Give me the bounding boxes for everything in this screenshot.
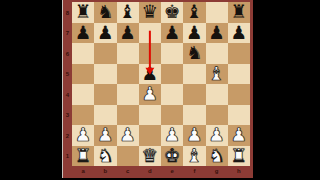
file-label-a: a <box>72 168 94 174</box>
square-g3[interactable] <box>206 105 228 126</box>
square-g5[interactable]: ♝ <box>206 64 228 85</box>
square-e6[interactable] <box>161 43 183 64</box>
piece-black-knight[interactable]: ♞ <box>97 3 114 22</box>
square-c4[interactable] <box>117 84 139 105</box>
square-e5[interactable] <box>161 64 183 85</box>
square-b3[interactable] <box>94 105 116 126</box>
square-b2[interactable]: ♟ <box>94 125 116 146</box>
piece-black-rook[interactable]: ♜ <box>75 3 92 22</box>
square-a3[interactable] <box>72 105 94 126</box>
square-d4[interactable]: ♟ <box>139 84 161 105</box>
piece-white-pawn[interactable]: ♟ <box>208 126 225 145</box>
square-e3[interactable] <box>161 105 183 126</box>
rank-label-3: 3 <box>63 112 72 118</box>
rank-label-2: 2 <box>63 133 72 139</box>
rank-label-8: 8 <box>63 10 72 16</box>
square-e2[interactable]: ♟ <box>161 125 183 146</box>
square-g4[interactable] <box>206 84 228 105</box>
square-f8[interactable]: ♝ <box>183 2 205 23</box>
piece-black-pawn[interactable]: ♟ <box>208 24 225 43</box>
square-f5[interactable] <box>183 64 205 85</box>
square-d8[interactable]: ♛ <box>139 2 161 23</box>
square-b7[interactable]: ♟ <box>94 23 116 44</box>
rank-label-4: 4 <box>63 92 72 98</box>
square-e1[interactable]: ♚ <box>161 146 183 167</box>
piece-black-pawn[interactable]: ♟ <box>97 24 114 43</box>
square-c1[interactable] <box>117 146 139 167</box>
piece-white-knight[interactable]: ♞ <box>97 147 114 166</box>
square-b8[interactable]: ♞ <box>94 2 116 23</box>
file-label-e: e <box>161 168 183 174</box>
file-label-d: d <box>139 168 161 174</box>
piece-white-knight[interactable]: ♞ <box>208 147 225 166</box>
square-a1[interactable]: ♜ <box>72 146 94 167</box>
piece-white-pawn[interactable]: ♟ <box>164 126 181 145</box>
piece-black-pawn[interactable]: ♟ <box>186 24 203 43</box>
file-labels: abcdefgh <box>72 166 250 178</box>
square-c8[interactable]: ♝ <box>117 2 139 23</box>
piece-black-bishop[interactable]: ♝ <box>186 3 203 22</box>
square-f6[interactable]: ♞ <box>183 43 205 64</box>
square-h3[interactable] <box>228 105 250 126</box>
square-b1[interactable]: ♞ <box>94 146 116 167</box>
piece-white-queen[interactable]: ♛ <box>142 147 159 166</box>
piece-black-pawn[interactable]: ♟ <box>164 24 181 43</box>
square-b6[interactable] <box>94 43 116 64</box>
square-h4[interactable] <box>228 84 250 105</box>
square-g2[interactable]: ♟ <box>206 125 228 146</box>
square-f4[interactable] <box>183 84 205 105</box>
piece-white-pawn[interactable]: ♟ <box>119 126 136 145</box>
square-h1[interactable]: ♜ <box>228 146 250 167</box>
square-d6[interactable] <box>139 43 161 64</box>
square-g1[interactable]: ♞ <box>206 146 228 167</box>
piece-black-bishop[interactable]: ♝ <box>119 3 136 22</box>
square-d3[interactable] <box>139 105 161 126</box>
piece-black-king[interactable]: ♚ <box>164 3 181 22</box>
square-h5[interactable] <box>228 64 250 85</box>
square-a2[interactable]: ♟ <box>72 125 94 146</box>
square-h7[interactable]: ♟ <box>228 23 250 44</box>
square-a5[interactable] <box>72 64 94 85</box>
square-g7[interactable]: ♟ <box>206 23 228 44</box>
file-label-b: b <box>94 168 116 174</box>
square-h8[interactable]: ♜ <box>228 2 250 23</box>
square-d5[interactable]: ♟ <box>139 64 161 85</box>
piece-black-queen[interactable]: ♛ <box>142 3 159 22</box>
square-a4[interactable] <box>72 84 94 105</box>
file-label-h: h <box>228 168 250 174</box>
square-h2[interactable]: ♟ <box>228 125 250 146</box>
rank-label-6: 6 <box>63 51 72 57</box>
square-f7[interactable]: ♟ <box>183 23 205 44</box>
square-c3[interactable] <box>117 105 139 126</box>
piece-white-pawn[interactable]: ♟ <box>97 126 114 145</box>
piece-black-pawn[interactable]: ♟ <box>75 24 92 43</box>
square-b5[interactable] <box>94 64 116 85</box>
file-label-g: g <box>206 168 228 174</box>
square-f3[interactable] <box>183 105 205 126</box>
chess-board-frame: 87654321 ♜♞♝♛♚♝♜♟♟♟♟♟♟♟♞♟♝♟♟♟♟♟♟♟♟♜♞♛♚♝♞… <box>62 0 253 178</box>
square-g6[interactable] <box>206 43 228 64</box>
piece-white-pawn[interactable]: ♟ <box>186 126 203 145</box>
file-label-c: c <box>117 168 139 174</box>
piece-black-pawn[interactable]: ♟ <box>119 24 136 43</box>
square-h6[interactable] <box>228 43 250 64</box>
rank-label-5: 5 <box>63 71 72 77</box>
square-d2[interactable] <box>139 125 161 146</box>
piece-white-bishop[interactable]: ♝ <box>208 65 225 84</box>
rank-labels: 87654321 <box>63 2 72 166</box>
square-f2[interactable]: ♟ <box>183 125 205 146</box>
file-label-f: f <box>183 168 205 174</box>
rank-label-7: 7 <box>63 30 72 36</box>
square-a8[interactable]: ♜ <box>72 2 94 23</box>
piece-white-pawn[interactable]: ♟ <box>142 85 159 104</box>
square-d1[interactable]: ♛ <box>139 146 161 167</box>
piece-white-pawn[interactable]: ♟ <box>231 126 248 145</box>
piece-black-rook[interactable]: ♜ <box>231 3 248 22</box>
rank-label-1: 1 <box>63 153 72 159</box>
square-g8[interactable] <box>206 2 228 23</box>
square-a6[interactable] <box>72 43 94 64</box>
piece-white-king[interactable]: ♚ <box>164 147 181 166</box>
square-d7[interactable] <box>139 23 161 44</box>
square-e8[interactable]: ♚ <box>161 2 183 23</box>
square-c5[interactable] <box>117 64 139 85</box>
square-e7[interactable]: ♟ <box>161 23 183 44</box>
piece-white-rook[interactable]: ♜ <box>231 147 248 166</box>
piece-white-pawn[interactable]: ♟ <box>75 126 92 145</box>
video-background: 87654321 ♜♞♝♛♚♝♜♟♟♟♟♟♟♟♞♟♝♟♟♟♟♟♟♟♟♜♞♛♚♝♞… <box>0 0 320 180</box>
piece-white-bishop[interactable]: ♝ <box>186 147 203 166</box>
square-f1[interactable]: ♝ <box>183 146 205 167</box>
square-a7[interactable]: ♟ <box>72 23 94 44</box>
piece-black-pawn[interactable]: ♟ <box>231 24 248 43</box>
piece-white-rook[interactable]: ♜ <box>75 147 92 166</box>
piece-black-pawn[interactable]: ♟ <box>142 65 159 84</box>
square-e4[interactable] <box>161 84 183 105</box>
square-c6[interactable] <box>117 43 139 64</box>
piece-black-knight[interactable]: ♞ <box>186 44 203 63</box>
square-c7[interactable]: ♟ <box>117 23 139 44</box>
square-c2[interactable]: ♟ <box>117 125 139 146</box>
square-b4[interactable] <box>94 84 116 105</box>
board-squares: ♜♞♝♛♚♝♜♟♟♟♟♟♟♟♞♟♝♟♟♟♟♟♟♟♟♜♞♛♚♝♞♜ <box>72 2 250 166</box>
